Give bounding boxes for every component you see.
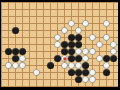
black-stone: ●: [61, 48, 68, 55]
stone-glyph: ●: [6, 48, 11, 54]
stone-glyph: ●: [62, 41, 67, 47]
stone-glyph: ●: [104, 55, 109, 61]
stone-glyph: ●: [111, 55, 116, 61]
white-stone: ●: [61, 62, 68, 69]
white-stone: ●: [75, 48, 82, 55]
go-viewer-screenshot: ●●●●●●●●●●●●●●●●●●●●●●●●●●●●●●●●●●●●●●●●…: [0, 0, 120, 90]
white-stone: ●: [110, 41, 117, 48]
white-stone: ●: [82, 76, 89, 83]
stone-glyph: ●: [111, 41, 116, 47]
stone-glyph: ●: [20, 62, 25, 68]
black-stone: ●: [68, 69, 75, 76]
stone-glyph: ●: [83, 48, 88, 54]
white-stone: ●: [54, 34, 61, 41]
stone-glyph: ●: [6, 62, 11, 68]
last-move-marker: [63, 57, 66, 60]
black-stone: ●: [103, 69, 110, 76]
stone-glyph: ●: [69, 69, 74, 75]
stone-glyph: ●: [20, 48, 25, 54]
stone-glyph: ●: [62, 27, 67, 33]
white-stone: ●: [89, 76, 96, 83]
white-stone: ●: [61, 27, 68, 34]
black-stone: ●: [12, 27, 19, 34]
stone-glyph: ●: [90, 76, 95, 82]
stone-glyph: ●: [104, 34, 109, 40]
stone-glyph: ●: [83, 76, 88, 82]
black-stone: ●: [110, 55, 117, 62]
white-stone: ●: [96, 55, 103, 62]
stone-glyph: ●: [55, 34, 60, 40]
stone-glyph: ●: [34, 69, 39, 75]
stone-glyph: ●: [62, 62, 67, 68]
white-stone: ●: [82, 55, 89, 62]
stone-glyph: ●: [48, 62, 53, 68]
stone-glyph: ●: [69, 55, 74, 61]
black-stone: ●: [54, 55, 61, 62]
stone-glyph: ●: [69, 34, 74, 40]
black-stone: ●: [68, 34, 75, 41]
stone-glyph: ●: [69, 41, 74, 47]
white-stone: ●: [82, 20, 89, 27]
stone-glyph: ●: [90, 48, 95, 54]
white-stone: ●: [19, 55, 26, 62]
black-stone: ●: [5, 48, 12, 55]
white-stone: ●: [89, 48, 96, 55]
stone-glyph: ●: [76, 48, 81, 54]
white-stone: ●: [33, 69, 40, 76]
white-stone: ●: [61, 55, 68, 62]
stone-glyph: ●: [83, 20, 88, 26]
black-stone: ●: [19, 48, 26, 55]
black-stone: ●: [82, 62, 89, 69]
stone-glyph: ●: [55, 55, 60, 61]
stone-glyph: ●: [76, 55, 81, 61]
white-stone: ●: [75, 27, 82, 34]
stone-glyph: ●: [69, 20, 74, 26]
stone-glyph: ●: [76, 76, 81, 82]
stone-glyph: ●: [104, 20, 109, 26]
stone-glyph: ●: [76, 27, 81, 33]
white-stone: ●: [19, 62, 26, 69]
black-stone: ●: [68, 41, 75, 48]
black-stone: ●: [68, 48, 75, 55]
white-stone: ●: [89, 34, 96, 41]
stone-glyph: ●: [111, 48, 116, 54]
stone-glyph: ●: [13, 48, 18, 54]
black-stone: ●: [75, 76, 82, 83]
black-stone: ●: [61, 41, 68, 48]
white-stone: ●: [103, 20, 110, 27]
black-stone: ●: [68, 55, 75, 62]
stone-glyph: ●: [97, 41, 102, 47]
white-stone: ●: [68, 20, 75, 27]
black-stone: ●: [12, 48, 19, 55]
stone-glyph: ●: [76, 62, 81, 68]
white-stone: ●: [103, 34, 110, 41]
black-stone: ●: [75, 34, 82, 41]
stone-glyph: ●: [76, 41, 81, 47]
white-stone: ●: [82, 48, 89, 55]
white-stone: ●: [75, 62, 82, 69]
stone-glyph: ●: [76, 69, 81, 75]
black-stone: ●: [82, 69, 89, 76]
white-stone: ●: [54, 41, 61, 48]
white-stone: ●: [110, 48, 117, 55]
black-stone: ●: [75, 55, 82, 62]
stone-glyph: ●: [20, 55, 25, 61]
white-stone: ●: [96, 41, 103, 48]
stone-glyph: ●: [69, 62, 74, 68]
stone-glyph: ●: [69, 48, 74, 54]
black-stone: ●: [47, 62, 54, 69]
white-stone: ●: [12, 62, 19, 69]
stone-glyph: ●: [13, 27, 18, 33]
white-stone: ●: [5, 62, 12, 69]
white-stone: ●: [68, 62, 75, 69]
stone-glyph: ●: [55, 41, 60, 47]
stone-glyph: ●: [83, 69, 88, 75]
stone-glyph: ●: [90, 34, 95, 40]
white-stone: ●: [89, 69, 96, 76]
stone-glyph: ●: [76, 34, 81, 40]
stone-glyph: ●: [90, 69, 95, 75]
stone-glyph: ●: [83, 62, 88, 68]
black-stone: ●: [75, 69, 82, 76]
stone-glyph: ●: [104, 69, 109, 75]
stone-glyph: ●: [13, 62, 18, 68]
black-stone: ●: [12, 55, 19, 62]
stone-glyph: ●: [83, 55, 88, 61]
stone-glyph: ●: [62, 48, 67, 54]
stone-glyph: ●: [13, 55, 18, 61]
black-stone: ●: [75, 41, 82, 48]
stone-glyph: ●: [97, 55, 102, 61]
stone-glyph: ●: [104, 62, 109, 68]
white-stone: ●: [103, 62, 110, 69]
black-stone: ●: [103, 55, 110, 62]
